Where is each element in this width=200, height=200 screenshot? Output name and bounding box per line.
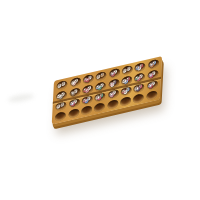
pit-hollow xyxy=(120,96,131,107)
seed-bead xyxy=(149,84,153,89)
pit-r4-c6[interactable] xyxy=(119,95,133,108)
seed-bead xyxy=(72,81,76,86)
pit-r4-c8[interactable] xyxy=(145,89,159,102)
pit-hollow xyxy=(68,108,79,119)
seed-bead xyxy=(85,78,89,83)
pit-hollow xyxy=(94,102,105,113)
seed-bead xyxy=(100,72,104,77)
seed-bead xyxy=(137,66,141,71)
seed-bead xyxy=(123,90,127,95)
pit-r4-c5[interactable] xyxy=(106,98,120,111)
seed-bead xyxy=(84,99,88,104)
seed-bead xyxy=(126,66,130,71)
pit-r4-c1[interactable] xyxy=(54,110,68,123)
pit-hollow xyxy=(81,105,92,116)
pit-r4-c7[interactable] xyxy=(132,92,146,105)
pit-r4-c3[interactable] xyxy=(80,104,94,117)
mancala-board xyxy=(52,56,162,125)
seed-bead xyxy=(61,81,65,86)
seed-bead xyxy=(136,87,140,92)
pit-hollow xyxy=(55,111,66,122)
seed-bead xyxy=(111,72,115,77)
pit-hollow xyxy=(146,90,157,101)
pit-r4-c4[interactable] xyxy=(93,101,107,114)
pit-hollow xyxy=(133,93,144,104)
seed-bead xyxy=(97,96,101,101)
seed-bead xyxy=(150,63,154,68)
photo-smudge xyxy=(8,93,35,103)
pit-hollow xyxy=(107,99,118,110)
pit-r4-c2[interactable] xyxy=(67,107,81,120)
photo-scene xyxy=(0,0,200,200)
board-wood-surface xyxy=(52,56,162,125)
seed-bead xyxy=(60,102,64,107)
seed-bead xyxy=(71,102,75,107)
seed-bead xyxy=(110,93,114,98)
